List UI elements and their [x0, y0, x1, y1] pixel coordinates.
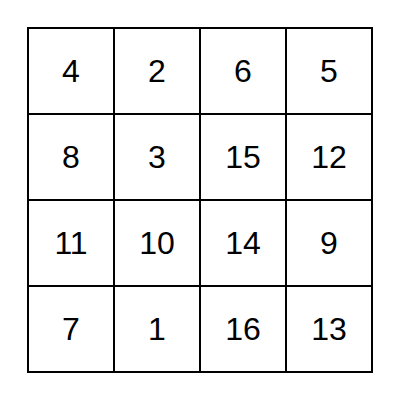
grid-cell-r1c4[interactable]: 5 [287, 29, 371, 113]
grid-cell-r4c1[interactable]: 7 [29, 287, 113, 371]
grid-cell-r3c2[interactable]: 10 [115, 201, 199, 285]
grid-cell-r3c3[interactable]: 14 [201, 201, 285, 285]
grid-cell-r3c4[interactable]: 9 [287, 201, 371, 285]
grid-cell-r3c1[interactable]: 11 [29, 201, 113, 285]
grid-cell-r2c1[interactable]: 8 [29, 115, 113, 199]
grid-cell-r4c4[interactable]: 13 [287, 287, 371, 371]
grid-cell-r2c3[interactable]: 15 [201, 115, 285, 199]
grid-cell-r1c1[interactable]: 4 [29, 29, 113, 113]
grid-cell-r2c4[interactable]: 12 [287, 115, 371, 199]
grid-cell-r1c3[interactable]: 6 [201, 29, 285, 113]
grid-cell-r1c2[interactable]: 2 [115, 29, 199, 113]
grid-cell-r4c3[interactable]: 16 [201, 287, 285, 371]
grid-cell-r4c2[interactable]: 1 [115, 287, 199, 371]
number-grid-board: 42658315121110149711613 [27, 27, 373, 373]
grid-cell-r2c2[interactable]: 3 [115, 115, 199, 199]
